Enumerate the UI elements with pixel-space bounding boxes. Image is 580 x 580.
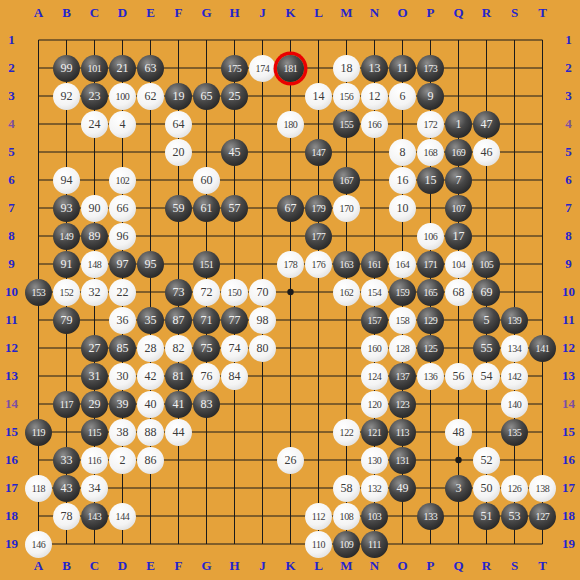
stone-E3[interactable]: 62: [137, 83, 164, 110]
move-number: 66: [117, 201, 129, 216]
stone-S17[interactable]: 126: [501, 475, 528, 502]
stone-O16[interactable]: 131: [389, 447, 416, 474]
move-number: 158: [396, 315, 410, 326]
move-number: 129: [424, 315, 438, 326]
stone-E11[interactable]: 35: [137, 307, 164, 334]
stone-E14[interactable]: 40: [137, 391, 164, 418]
move-number: 14: [313, 89, 325, 104]
stone-K4[interactable]: 180: [277, 111, 304, 138]
stone-P3[interactable]: 9: [417, 83, 444, 110]
stone-B2[interactable]: 99: [53, 55, 80, 82]
move-number: 103: [368, 511, 382, 522]
move-number: 88: [145, 425, 157, 440]
move-number: 4: [120, 117, 126, 132]
stone-G13[interactable]: 76: [193, 363, 220, 390]
coord-label-bottom-F: F: [167, 557, 191, 575]
stone-Q7[interactable]: 107: [445, 195, 472, 222]
move-number: 110: [312, 539, 325, 550]
stone-H12[interactable]: 74: [221, 335, 248, 362]
move-number: 113: [396, 427, 409, 438]
stone-H3[interactable]: 25: [221, 83, 248, 110]
stone-Q9[interactable]: 104: [445, 251, 472, 278]
stone-H7[interactable]: 57: [221, 195, 248, 222]
stone-M4[interactable]: 155: [333, 111, 360, 138]
stone-S13[interactable]: 142: [501, 363, 528, 390]
move-number: 51: [481, 509, 493, 524]
coord-label-bottom-Q: Q: [447, 557, 471, 575]
stone-G11[interactable]: 71: [193, 307, 220, 334]
move-number: 59: [173, 201, 185, 216]
coord-label-left-12: 12: [0, 339, 23, 357]
move-number: 53: [509, 509, 521, 524]
coord-label-left-17: 17: [0, 479, 23, 497]
stone-R18[interactable]: 51: [473, 503, 500, 530]
stone-G7[interactable]: 61: [193, 195, 220, 222]
stone-C3[interactable]: 23: [81, 83, 108, 110]
stone-A15[interactable]: 119: [25, 419, 52, 446]
stone-R12[interactable]: 55: [473, 335, 500, 362]
stone-S11[interactable]: 139: [501, 307, 528, 334]
move-number: 26: [285, 453, 297, 468]
stone-L9[interactable]: 176: [305, 251, 332, 278]
stone-M7[interactable]: 170: [333, 195, 360, 222]
stone-F4[interactable]: 64: [165, 111, 192, 138]
stone-N11[interactable]: 157: [361, 307, 388, 334]
stone-L19[interactable]: 110: [305, 531, 332, 558]
stone-J11[interactable]: 98: [249, 307, 276, 334]
stone-T12[interactable]: 141: [529, 335, 556, 362]
stone-F13[interactable]: 81: [165, 363, 192, 390]
stone-A10[interactable]: 153: [25, 279, 52, 306]
coord-label-left-1: 1: [0, 31, 23, 49]
stone-R9[interactable]: 105: [473, 251, 500, 278]
stone-D18[interactable]: 144: [109, 503, 136, 530]
stone-R5[interactable]: 46: [473, 139, 500, 166]
move-number: 2: [120, 453, 126, 468]
move-number: 35: [145, 313, 157, 328]
stone-D3[interactable]: 100: [109, 83, 136, 110]
coord-label-left-16: 16: [0, 451, 23, 469]
coord-label-right-19: 19: [557, 535, 580, 553]
move-number: 163: [340, 259, 354, 270]
move-number: 78: [61, 509, 73, 524]
coord-label-bottom-G: G: [195, 557, 219, 575]
stone-J10[interactable]: 70: [249, 279, 276, 306]
stone-E9[interactable]: 95: [137, 251, 164, 278]
stone-M18[interactable]: 108: [333, 503, 360, 530]
stone-S18[interactable]: 53: [501, 503, 528, 530]
stone-R13[interactable]: 54: [473, 363, 500, 390]
move-number: 121: [368, 427, 382, 438]
stone-O15[interactable]: 113: [389, 419, 416, 446]
stone-P5[interactable]: 168: [417, 139, 444, 166]
stone-K16[interactable]: 26: [277, 447, 304, 474]
stone-K7[interactable]: 67: [277, 195, 304, 222]
move-number: 112: [312, 511, 325, 522]
move-number: 170: [340, 203, 354, 214]
move-number: 127: [536, 511, 550, 522]
stone-O12[interactable]: 128: [389, 335, 416, 362]
stone-B8[interactable]: 149: [53, 223, 80, 250]
stone-F7[interactable]: 59: [165, 195, 192, 222]
stone-O17[interactable]: 49: [389, 475, 416, 502]
stone-T17[interactable]: 138: [529, 475, 556, 502]
stone-C10[interactable]: 32: [81, 279, 108, 306]
stone-L8[interactable]: 177: [305, 223, 332, 250]
stone-H13[interactable]: 84: [221, 363, 248, 390]
stone-P6[interactable]: 15: [417, 167, 444, 194]
stone-H10[interactable]: 150: [221, 279, 248, 306]
coord-label-right-6: 6: [557, 171, 580, 189]
stone-N16[interactable]: 130: [361, 447, 388, 474]
stone-B14[interactable]: 117: [53, 391, 80, 418]
move-number: 105: [480, 259, 494, 270]
stone-R17[interactable]: 50: [473, 475, 500, 502]
move-number: 102: [116, 175, 130, 186]
stone-D6[interactable]: 102: [109, 167, 136, 194]
stone-N10[interactable]: 154: [361, 279, 388, 306]
stone-E12[interactable]: 28: [137, 335, 164, 362]
stone-A17[interactable]: 118: [25, 475, 52, 502]
stone-M3[interactable]: 156: [333, 83, 360, 110]
move-number: 174: [256, 63, 270, 74]
stone-C17[interactable]: 34: [81, 475, 108, 502]
stone-B17[interactable]: 43: [53, 475, 80, 502]
stone-R16[interactable]: 52: [473, 447, 500, 474]
move-number: 8: [400, 145, 406, 160]
stone-N19[interactable]: 111: [361, 531, 388, 558]
stone-Q15[interactable]: 48: [445, 419, 472, 446]
move-number: 108: [340, 511, 354, 522]
stone-O14[interactable]: 123: [389, 391, 416, 418]
stone-G9[interactable]: 151: [193, 251, 220, 278]
stone-D8[interactable]: 96: [109, 223, 136, 250]
coord-label-right-17: 17: [557, 479, 580, 497]
move-number: 99: [61, 61, 73, 76]
stone-D10[interactable]: 22: [109, 279, 136, 306]
move-number: 169: [452, 147, 466, 158]
stone-G6[interactable]: 60: [193, 167, 220, 194]
stones-layer: 1234567891011121314151617181920212223242…: [25, 26, 557, 558]
move-number: 71: [201, 313, 213, 328]
move-number: 25: [229, 89, 241, 104]
stone-M6[interactable]: 167: [333, 167, 360, 194]
move-number: 92: [61, 89, 73, 104]
move-number: 165: [424, 287, 438, 298]
stone-D2[interactable]: 21: [109, 55, 136, 82]
coord-label-bottom-M: M: [335, 557, 359, 575]
move-number: 30: [117, 369, 129, 384]
coord-label-top-F: F: [167, 4, 191, 22]
stone-C15[interactable]: 115: [81, 419, 108, 446]
move-number: 62: [145, 89, 157, 104]
stone-S15[interactable]: 135: [501, 419, 528, 446]
stone-M19[interactable]: 109: [333, 531, 360, 558]
stone-Q6[interactable]: 7: [445, 167, 472, 194]
move-number: 15: [425, 173, 437, 188]
stone-D14[interactable]: 39: [109, 391, 136, 418]
stone-B11[interactable]: 79: [53, 307, 80, 334]
coord-label-left-3: 3: [0, 87, 23, 105]
move-number: 149: [60, 231, 74, 242]
coord-label-top-R: R: [475, 4, 499, 22]
stone-R11[interactable]: 5: [473, 307, 500, 334]
move-number: 81: [173, 369, 185, 384]
move-number: 57: [229, 201, 241, 216]
stone-D9[interactable]: 97: [109, 251, 136, 278]
stone-D16[interactable]: 2: [109, 447, 136, 474]
stone-O11[interactable]: 158: [389, 307, 416, 334]
stone-C18[interactable]: 143: [81, 503, 108, 530]
stone-B3[interactable]: 92: [53, 83, 80, 110]
stone-C14[interactable]: 29: [81, 391, 108, 418]
stone-C9[interactable]: 148: [81, 251, 108, 278]
coord-label-left-10: 10: [0, 283, 23, 301]
coord-label-bottom-K: K: [279, 557, 303, 575]
move-number: 7: [456, 173, 462, 188]
move-number: 31: [89, 369, 101, 384]
stone-J12[interactable]: 80: [249, 335, 276, 362]
stone-R4[interactable]: 47: [473, 111, 500, 138]
stone-M15[interactable]: 122: [333, 419, 360, 446]
coord-label-right-2: 2: [557, 59, 580, 77]
move-number: 86: [145, 453, 157, 468]
stone-P2[interactable]: 173: [417, 55, 444, 82]
stone-C12[interactable]: 27: [81, 335, 108, 362]
stone-O9[interactable]: 164: [389, 251, 416, 278]
stone-G10[interactable]: 72: [193, 279, 220, 306]
stone-O2[interactable]: 11: [389, 55, 416, 82]
stone-C4[interactable]: 24: [81, 111, 108, 138]
stone-Q5[interactable]: 169: [445, 139, 472, 166]
stone-E15[interactable]: 88: [137, 419, 164, 446]
stone-J2[interactable]: 174: [249, 55, 276, 82]
coord-label-left-5: 5: [0, 143, 23, 161]
stone-P4[interactable]: 172: [417, 111, 444, 138]
stone-P8[interactable]: 106: [417, 223, 444, 250]
stone-B7[interactable]: 93: [53, 195, 80, 222]
stone-D11[interactable]: 36: [109, 307, 136, 334]
move-number: 154: [368, 287, 382, 298]
coord-label-left-6: 6: [0, 171, 23, 189]
stone-L7[interactable]: 179: [305, 195, 332, 222]
stone-M10[interactable]: 162: [333, 279, 360, 306]
coord-label-right-9: 9: [557, 255, 580, 273]
stone-P18[interactable]: 133: [417, 503, 444, 530]
stone-O6[interactable]: 16: [389, 167, 416, 194]
stone-P11[interactable]: 129: [417, 307, 444, 334]
stone-G3[interactable]: 65: [193, 83, 220, 110]
stone-N18[interactable]: 103: [361, 503, 388, 530]
stone-O10[interactable]: 159: [389, 279, 416, 306]
move-number: 139: [508, 315, 522, 326]
move-number: 151: [200, 259, 214, 270]
stone-F5[interactable]: 20: [165, 139, 192, 166]
stone-K9[interactable]: 178: [277, 251, 304, 278]
stone-M9[interactable]: 163: [333, 251, 360, 278]
stone-E2[interactable]: 63: [137, 55, 164, 82]
stone-N9[interactable]: 161: [361, 251, 388, 278]
stone-N14[interactable]: 120: [361, 391, 388, 418]
move-number: 142: [508, 371, 522, 382]
stone-N4[interactable]: 166: [361, 111, 388, 138]
coord-label-top-Q: Q: [447, 4, 471, 22]
coord-label-right-1: 1: [557, 31, 580, 49]
stone-C16[interactable]: 116: [81, 447, 108, 474]
stone-H2[interactable]: 175: [221, 55, 248, 82]
stone-B10[interactable]: 152: [53, 279, 80, 306]
stone-P9[interactable]: 171: [417, 251, 444, 278]
move-number: 44: [173, 425, 185, 440]
move-number: 106: [424, 231, 438, 242]
stone-G14[interactable]: 83: [193, 391, 220, 418]
stone-S14[interactable]: 140: [501, 391, 528, 418]
stone-F15[interactable]: 44: [165, 419, 192, 446]
move-number: 167: [340, 175, 354, 186]
move-number: 181: [284, 63, 298, 74]
stone-N12[interactable]: 160: [361, 335, 388, 362]
stone-P12[interactable]: 125: [417, 335, 444, 362]
stone-Q13[interactable]: 56: [445, 363, 472, 390]
coord-label-left-19: 19: [0, 535, 23, 553]
stone-D13[interactable]: 30: [109, 363, 136, 390]
stone-F12[interactable]: 82: [165, 335, 192, 362]
move-number: 126: [508, 483, 522, 494]
stone-D15[interactable]: 38: [109, 419, 136, 446]
move-number: 164: [396, 259, 410, 270]
stone-B6[interactable]: 94: [53, 167, 80, 194]
move-number: 90: [89, 201, 101, 216]
coord-label-top-N: N: [363, 4, 387, 22]
coord-label-bottom-P: P: [419, 557, 443, 575]
move-number: 82: [173, 341, 185, 356]
stone-K2[interactable]: 181: [277, 55, 304, 82]
stone-O7[interactable]: 10: [389, 195, 416, 222]
coord-label-right-11: 11: [557, 311, 580, 329]
stone-P13[interactable]: 136: [417, 363, 444, 390]
move-number: 148: [88, 259, 102, 270]
move-number: 172: [424, 119, 438, 130]
stone-C13[interactable]: 31: [81, 363, 108, 390]
move-number: 131: [396, 455, 410, 466]
stone-L5[interactable]: 147: [305, 139, 332, 166]
move-number: 166: [368, 119, 382, 130]
stone-L3[interactable]: 14: [305, 83, 332, 110]
move-number: 93: [61, 201, 73, 216]
move-number: 16: [397, 173, 409, 188]
stone-M17[interactable]: 58: [333, 475, 360, 502]
stone-F10[interactable]: 73: [165, 279, 192, 306]
move-number: 54: [481, 369, 493, 384]
move-number: 178: [284, 259, 298, 270]
stone-O13[interactable]: 137: [389, 363, 416, 390]
stone-G12[interactable]: 75: [193, 335, 220, 362]
stone-N17[interactable]: 132: [361, 475, 388, 502]
go-board: AABBCCDDEEFFGGHHJJKKLLMMNNOOPPQQRRSSTT11…: [0, 0, 580, 580]
move-number: 75: [201, 341, 213, 356]
move-number: 122: [340, 427, 354, 438]
stone-N2[interactable]: 13: [361, 55, 388, 82]
stone-E13[interactable]: 42: [137, 363, 164, 390]
stone-D12[interactable]: 85: [109, 335, 136, 362]
move-number: 104: [452, 259, 466, 270]
move-number: 29: [89, 397, 101, 412]
stone-H5[interactable]: 45: [221, 139, 248, 166]
move-number: 117: [60, 399, 73, 410]
move-number: 80: [257, 341, 269, 356]
coord-label-right-15: 15: [557, 423, 580, 441]
stone-Q8[interactable]: 17: [445, 223, 472, 250]
coord-label-bottom-J: J: [251, 557, 275, 575]
stone-Q10[interactable]: 68: [445, 279, 472, 306]
coord-label-top-T: T: [531, 4, 555, 22]
move-number: 168: [424, 147, 438, 158]
move-number: 50: [481, 481, 493, 496]
stone-N13[interactable]: 124: [361, 363, 388, 390]
stone-C2[interactable]: 101: [81, 55, 108, 82]
move-number: 87: [173, 313, 185, 328]
move-number: 24: [89, 117, 101, 132]
coord-label-left-18: 18: [0, 507, 23, 525]
coord-label-bottom-N: N: [363, 557, 387, 575]
coord-label-bottom-H: H: [223, 557, 247, 575]
stone-B18[interactable]: 78: [53, 503, 80, 530]
move-number: 136: [424, 371, 438, 382]
stone-D4[interactable]: 4: [109, 111, 136, 138]
move-number: 161: [368, 259, 382, 270]
stone-N15[interactable]: 121: [361, 419, 388, 446]
stone-L18[interactable]: 112: [305, 503, 332, 530]
stone-O5[interactable]: 8: [389, 139, 416, 166]
move-number: 1: [456, 117, 462, 132]
stone-A19[interactable]: 146: [25, 531, 52, 558]
move-number: 94: [61, 173, 73, 188]
stone-F11[interactable]: 87: [165, 307, 192, 334]
move-number: 33: [61, 453, 73, 468]
move-number: 74: [229, 341, 241, 356]
stone-S12[interactable]: 134: [501, 335, 528, 362]
stone-R10[interactable]: 69: [473, 279, 500, 306]
stone-C8[interactable]: 89: [81, 223, 108, 250]
move-number: 64: [173, 117, 185, 132]
move-number: 19: [173, 89, 185, 104]
stone-D7[interactable]: 66: [109, 195, 136, 222]
stone-O3[interactable]: 6: [389, 83, 416, 110]
coord-label-right-5: 5: [557, 143, 580, 161]
stone-E16[interactable]: 86: [137, 447, 164, 474]
move-number: 124: [368, 371, 382, 382]
stone-F14[interactable]: 41: [165, 391, 192, 418]
stone-F3[interactable]: 19: [165, 83, 192, 110]
stone-Q4[interactable]: 1: [445, 111, 472, 138]
stone-M2[interactable]: 18: [333, 55, 360, 82]
stone-B16[interactable]: 33: [53, 447, 80, 474]
stone-T18[interactable]: 127: [529, 503, 556, 530]
stone-C7[interactable]: 90: [81, 195, 108, 222]
move-number: 135: [508, 427, 522, 438]
stone-Q17[interactable]: 3: [445, 475, 472, 502]
stone-P10[interactable]: 165: [417, 279, 444, 306]
stone-B9[interactable]: 91: [53, 251, 80, 278]
stone-N3[interactable]: 12: [361, 83, 388, 110]
move-number: 46: [481, 145, 493, 160]
coord-label-bottom-S: S: [503, 557, 527, 575]
move-number: 11: [397, 61, 409, 76]
move-number: 144: [116, 511, 130, 522]
move-number: 153: [32, 287, 46, 298]
stone-H11[interactable]: 77: [221, 307, 248, 334]
move-number: 132: [368, 483, 382, 494]
